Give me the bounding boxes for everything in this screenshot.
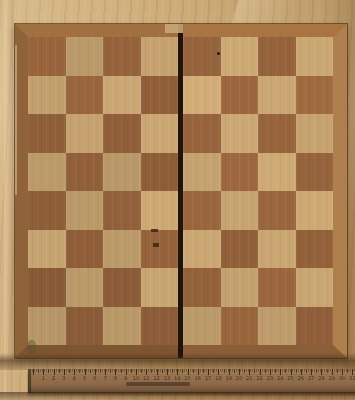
ruler-drop-shadow [0,392,355,400]
square [296,76,334,115]
ruler-number: 6 [90,375,100,381]
cm-tick [33,369,34,375]
ruler-number: 25 [286,375,296,381]
square [296,307,334,346]
square [183,76,221,115]
half-cm-tick [337,369,338,373]
ruler-number: 12 [152,375,162,381]
square [103,307,141,346]
square [141,307,179,346]
square [258,268,296,307]
square [66,37,104,76]
half-cm-tick [141,369,142,373]
half-cm-tick [296,369,297,373]
half-cm-tick [59,369,60,373]
square [103,191,141,230]
ruler-number: 20 [234,375,244,381]
square [28,268,66,307]
square [296,268,334,307]
ruler-number: 26 [296,375,306,381]
square [221,191,259,230]
ruler-number: 24 [275,375,285,381]
ruler-number: 16 [193,375,203,381]
square [296,37,334,76]
half-cm-tick [151,369,152,373]
ruler-number: 29 [327,375,337,381]
half-cm-tick [69,369,70,373]
square [28,191,66,230]
board-panel-right [183,24,347,358]
ruler-number: 22 [255,375,265,381]
square [103,76,141,115]
ruler-number: 8 [110,375,120,381]
square [296,191,334,230]
half-cm-tick [203,369,204,373]
ruler-number: 9 [121,375,131,381]
ruler-number: 11 [141,375,151,381]
square [221,230,259,269]
square [141,153,179,192]
half-cm-tick [38,369,39,373]
square [103,114,141,153]
half-cm-tick [131,369,132,373]
square [103,230,141,269]
wood-grain-streak [4,0,13,400]
square [66,114,104,153]
square [258,37,296,76]
chessboard [15,24,347,358]
ruler-number: 13 [162,375,172,381]
ruler-number: 7 [100,375,110,381]
square [28,37,66,76]
square [258,191,296,230]
board-grid-left [28,37,178,345]
ruler-number: 5 [80,375,90,381]
ruler-number: 14 [172,375,182,381]
half-cm-tick [347,369,348,373]
board-grid-right [183,37,333,345]
square [296,153,334,192]
half-cm-tick [100,369,101,373]
ruler-number: 10 [131,375,141,381]
square [66,230,104,269]
half-cm-tick [110,369,111,373]
square [183,191,221,230]
square [28,230,66,269]
ruler-number: 4 [69,375,79,381]
half-cm-tick [244,369,245,373]
square [183,153,221,192]
square [28,114,66,153]
board-drop-shadow [0,353,355,370]
square [258,153,296,192]
square [221,76,259,115]
half-cm-tick [224,369,225,373]
half-cm-tick [213,369,214,373]
square [141,191,179,230]
square [66,307,104,346]
ruler-number: 3 [59,375,69,381]
ruler-number: 27 [306,375,316,381]
ruler-number: 15 [183,375,193,381]
half-cm-tick [79,369,80,373]
half-cm-tick [306,369,307,373]
square [183,307,221,346]
square [66,191,104,230]
ruler-number: 28 [316,375,326,381]
square [141,114,179,153]
square [103,153,141,192]
half-cm-tick [254,369,255,373]
square [141,76,179,115]
half-cm-tick [162,369,163,373]
half-cm-tick [275,369,276,373]
wood-grain-streak [231,0,299,24]
ruler-number: 17 [203,375,213,381]
square [221,268,259,307]
ruler-left-end [28,369,31,393]
half-cm-tick [172,369,173,373]
square [141,268,179,307]
ruler: 1234567891011121314151617181920212223242… [28,369,355,393]
ruler-number: 23 [265,375,275,381]
square [66,153,104,192]
square [66,76,104,115]
square [258,307,296,346]
square [258,76,296,115]
square [221,153,259,192]
half-cm-tick [48,369,49,373]
half-cm-tick [285,369,286,373]
square [258,114,296,153]
square [28,153,66,192]
square [141,37,179,76]
square [183,37,221,76]
square [296,114,334,153]
ruler-number: 30 [337,375,347,381]
square [28,76,66,115]
square [183,230,221,269]
half-cm-tick [316,369,317,373]
half-cm-tick [90,369,91,373]
square [221,114,259,153]
ruler-number: 19 [224,375,234,381]
square [221,37,259,76]
ruler-number: 18 [213,375,223,381]
ruler-number: 1 [38,375,48,381]
square [258,230,296,269]
half-cm-tick [121,369,122,373]
half-cm-tick [193,369,194,373]
half-cm-tick [327,369,328,373]
square [103,268,141,307]
photo-background: 1234567891011121314151617181920212223242… [0,0,355,400]
half-cm-tick [234,369,235,373]
square [141,230,179,269]
ruler-number: 21 [244,375,254,381]
ruler-number: 31 [347,375,355,381]
half-cm-tick [182,369,183,373]
ruler-maker-print [126,382,190,386]
half-cm-tick [265,369,266,373]
square [183,268,221,307]
square [296,230,334,269]
square [28,307,66,346]
square [221,307,259,346]
board-panel-left [15,24,178,358]
square [183,114,221,153]
square [103,37,141,76]
square [66,268,104,307]
ruler-number: 2 [49,375,59,381]
